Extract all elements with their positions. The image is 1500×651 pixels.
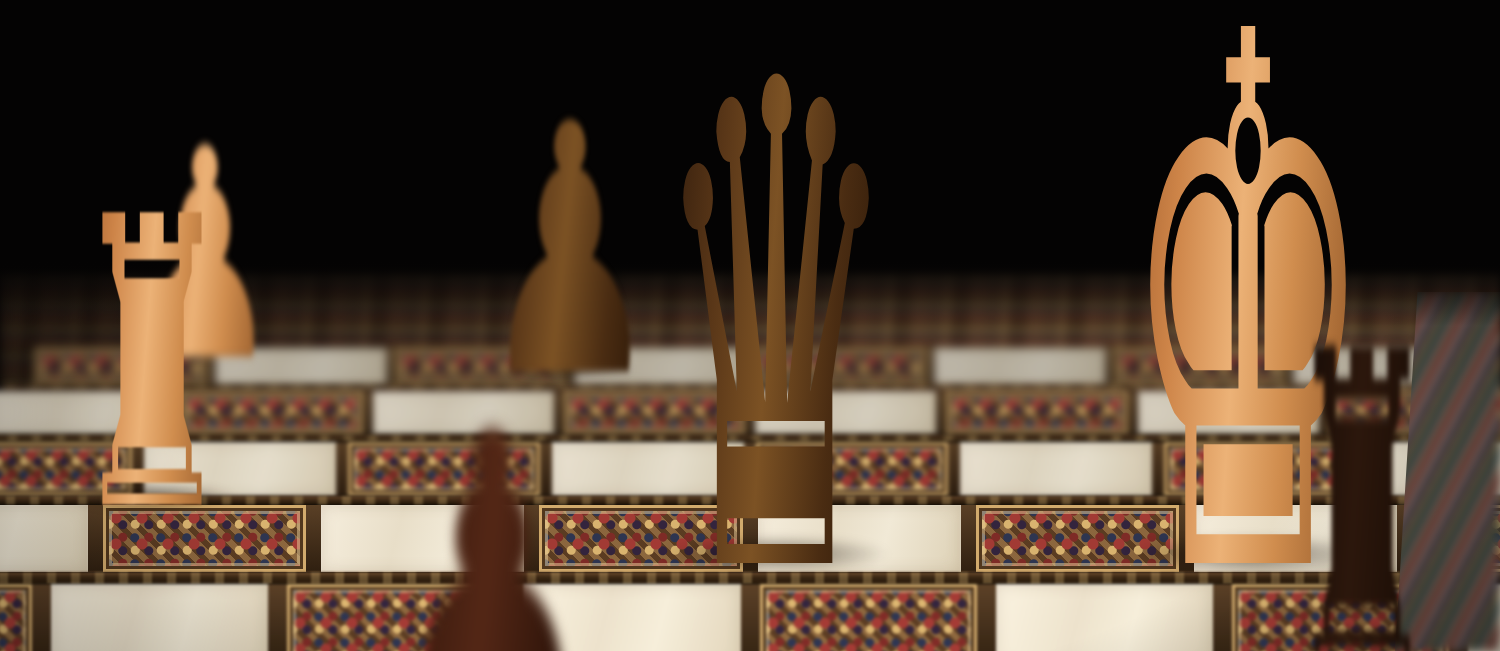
black-rook[interactable]: ♜ — [1286, 294, 1438, 651]
black-pawn-c2[interactable]: ♟ — [386, 386, 598, 651]
black-queen[interactable]: ♛ — [653, 0, 899, 651]
chessboard-photo-scene: ♟♜♟♛♚♜♟ — [0, 0, 1500, 651]
white-rook[interactable]: ♜ — [73, 166, 231, 566]
pieces-layer: ♟♜♟♛♚♜♟ — [0, 0, 1500, 651]
